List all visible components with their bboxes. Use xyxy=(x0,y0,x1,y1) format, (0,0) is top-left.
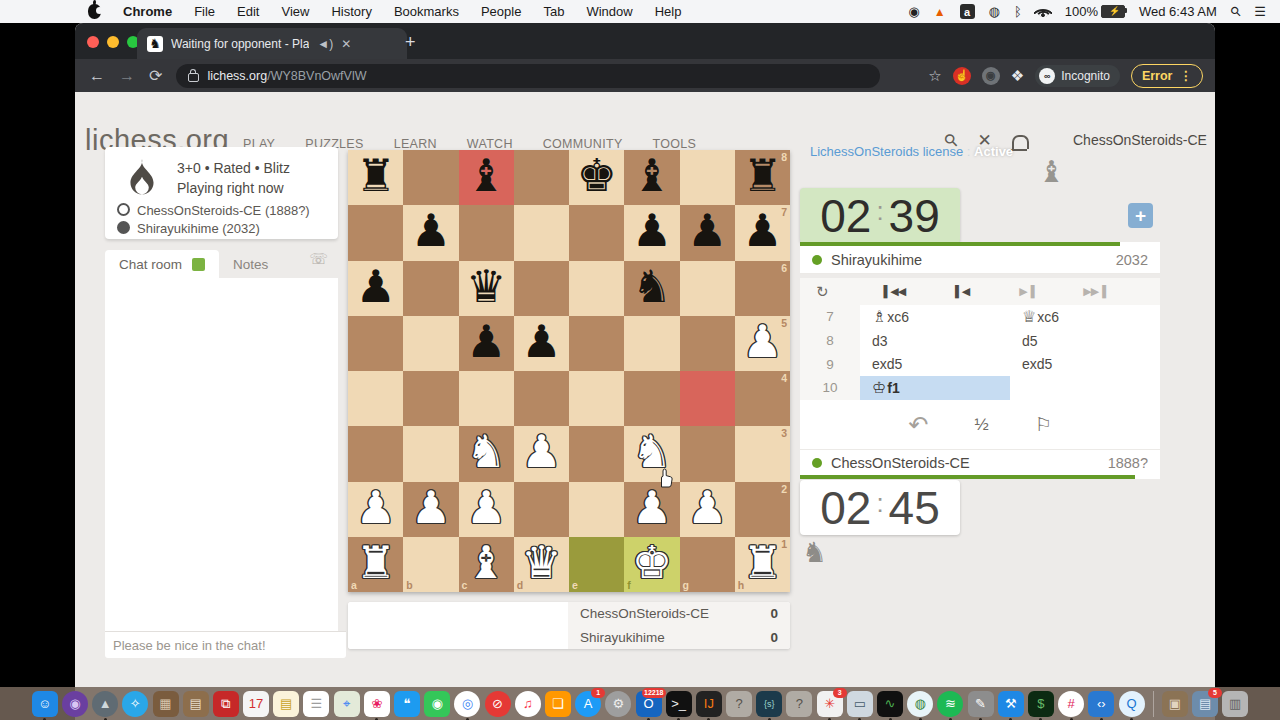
black-pawn[interactable]: ♟ xyxy=(521,319,561,364)
dock-icon-messages[interactable]: ❝ xyxy=(394,691,420,717)
square-h2[interactable]: 2 xyxy=(735,482,790,537)
incognito-badge: ∞ Incognito xyxy=(1035,65,1120,87)
coord-rank-8: 8 xyxy=(781,151,787,163)
menubar-item-help[interactable]: Help xyxy=(655,4,682,19)
dock-icon-system-preferences[interactable]: ⚙ xyxy=(605,691,631,717)
square-c6[interactable]: ♛ xyxy=(459,261,514,316)
dock-icon-missing-app-2[interactable]: ? xyxy=(786,691,812,717)
square-d1[interactable]: ♛d xyxy=(514,537,569,592)
lichess-page: lichess.org PLAYPUZZLESLEARNWATCHCOMMUNI… xyxy=(75,92,1215,720)
black-king[interactable]: ♚ xyxy=(576,153,616,198)
spotlight-icon[interactable]: ⚲ xyxy=(1227,3,1244,20)
battery-percent: 100% xyxy=(1065,4,1098,19)
menubar-app-name[interactable]: Chrome xyxy=(123,4,172,19)
tampermonkey-extension-icon[interactable]: ◉ xyxy=(982,67,1000,85)
dock-icon-calendar[interactable]: 17 xyxy=(243,691,269,717)
black-knight[interactable]: ♞ xyxy=(632,264,672,309)
game-info-card: 3+0 • Rated • Blitz Playing right now Ch… xyxy=(105,147,338,239)
extensions-icon[interactable]: ❖ xyxy=(1011,67,1024,85)
black-player-rating: 2032 xyxy=(1116,252,1148,268)
dock-icon-documents-folder[interactable]: ▤5 xyxy=(1192,691,1218,717)
square-d8[interactable] xyxy=(514,150,569,205)
square-c4[interactable] xyxy=(459,371,514,426)
menubar-item-view[interactable]: View xyxy=(281,4,309,19)
menubar-item-file[interactable]: File xyxy=(194,4,215,19)
nav-learn[interactable]: LEARN xyxy=(394,137,437,151)
white-clock: 02:45 xyxy=(800,480,960,535)
crosstable-player[interactable]: Shirayukihime xyxy=(580,630,665,645)
dock-icon-itunes[interactable]: ♫ xyxy=(515,691,541,717)
square-b3[interactable] xyxy=(403,426,458,481)
move-list: 7♗xc6♕xc68d3d59exd5exd510♔f1 xyxy=(800,305,1160,400)
black-player-name[interactable]: Shirayukihime xyxy=(831,252,922,268)
move-number: 8 xyxy=(800,329,860,353)
white-color-icon xyxy=(117,203,130,216)
square-e3[interactable] xyxy=(569,426,624,481)
dock-icon-intellij[interactable]: IJ xyxy=(696,691,722,717)
black-pawn[interactable]: ♟ xyxy=(632,208,672,253)
square-f8[interactable]: ♝ xyxy=(624,150,679,205)
square-e8[interactable]: ♚ xyxy=(569,150,624,205)
prev-move-button[interactable]: ▌◀ xyxy=(955,285,969,298)
error-menu-icon[interactable]: ⋮ xyxy=(1180,68,1193,83)
move-number: 7 xyxy=(800,305,860,329)
url-bar: ← → ⟳ lichess.org /WY8BVnOwfVlW ☆ ☝ ◉ ❖ … xyxy=(75,59,1215,92)
coord-rank-3: 3 xyxy=(781,427,787,439)
captured-knight-icon: ♞ xyxy=(802,536,827,569)
square-e5[interactable] xyxy=(569,316,624,371)
dock-icon-mail-photo[interactable]: ▦ xyxy=(153,691,179,717)
square-b7[interactable]: ♟ xyxy=(403,205,458,260)
dock-icon-activity-monitor[interactable]: ∿ xyxy=(877,691,903,717)
square-c1[interactable]: ♝c xyxy=(459,537,514,592)
square-c3[interactable]: ♞ xyxy=(459,426,514,481)
time-control-label: 3+0 • Rated • Blitz xyxy=(177,158,290,178)
profile-error-button[interactable]: Error⋮ xyxy=(1131,64,1203,88)
piece-figurine: ♗ xyxy=(872,307,886,326)
square-b1[interactable]: b xyxy=(403,537,458,592)
white-pawn[interactable]: ♟ xyxy=(742,319,782,364)
bookmark-star-icon[interactable]: ☆ xyxy=(928,67,941,85)
white-rook[interactable]: ♜ xyxy=(355,540,395,585)
captured-bishop-icon: ♝ xyxy=(1038,154,1065,189)
square-a2[interactable]: ♟ xyxy=(348,482,403,537)
move-number: 9 xyxy=(800,352,860,376)
black-rook[interactable]: ♜ xyxy=(355,153,395,198)
white-queen[interactable]: ♛ xyxy=(521,540,561,585)
dock-icon-blocked-app[interactable]: ⊘ xyxy=(485,691,511,717)
black-player-row[interactable]: Shirayukihime 2032 xyxy=(800,246,1160,274)
lichess-favicon: ♞ xyxy=(147,36,163,52)
square-c8[interactable]: ♝ xyxy=(459,150,514,205)
dock-icon-siri[interactable]: ◉ xyxy=(62,691,88,717)
dock-icon-launchpad[interactable]: ▲ xyxy=(92,691,118,717)
dock-icon-slack[interactable]: # xyxy=(1058,691,1084,717)
game-status-label: Playing right now xyxy=(177,178,290,198)
dock-icon-missing-app-1[interactable]: ? xyxy=(726,691,752,717)
move-7-black[interactable]: ♕xc6 xyxy=(1010,305,1160,329)
piece-figurine: ♕ xyxy=(1022,307,1036,326)
online-dot xyxy=(812,255,822,265)
notification-bell-icon[interactable] xyxy=(1012,135,1029,149)
lock-icon[interactable] xyxy=(188,73,199,82)
menubar-clock[interactable]: Wed 6:43 AM xyxy=(1139,4,1217,19)
coord-file-f: f xyxy=(627,579,631,591)
move-9-white[interactable]: exd5 xyxy=(860,352,1010,376)
square-g5[interactable] xyxy=(680,316,735,371)
dock-icon-anyconnect[interactable]: ◍ xyxy=(907,691,933,717)
move-controls: ↻ ▌◀◀ ▌◀ ▶▐ ▶▶▐ xyxy=(800,278,1160,306)
white-bishop[interactable]: ♝ xyxy=(466,540,506,585)
license-overlay: LichessOnSteroids license : Active xyxy=(810,144,1013,159)
resign-button[interactable]: ⚐ xyxy=(1035,413,1052,436)
black-player-line[interactable]: Shirayukihime (2032) xyxy=(117,220,310,238)
dock-icon-quicktime[interactable]: Q xyxy=(1119,691,1145,717)
white-rook[interactable]: ♜ xyxy=(742,540,782,585)
dock-icon-reminders[interactable]: ☰ xyxy=(303,691,329,717)
square-g2[interactable]: ♟ xyxy=(680,482,735,537)
vlc-icon[interactable]: ▲ xyxy=(934,5,946,19)
white-pawn[interactable]: ♟ xyxy=(355,485,395,530)
dock-separator xyxy=(1153,691,1154,717)
dock-icon-outlook[interactable]: O12218 xyxy=(636,691,662,717)
move-8-white[interactable]: d3 xyxy=(860,329,1010,353)
battery-indicator[interactable]: 100% ⚡ xyxy=(1065,4,1125,19)
tab-audio-icon[interactable]: ◄) xyxy=(317,37,333,51)
square-d4[interactable] xyxy=(514,371,569,426)
move-number: 10 xyxy=(800,376,860,400)
url-domain: lichess.org xyxy=(207,69,267,83)
white-knight[interactable]: ♞ xyxy=(466,429,506,474)
white-player-row[interactable]: ChessOnSteroids-CE 1888? xyxy=(800,449,1160,477)
tab-title: Waiting for opponent - Pla xyxy=(171,37,309,51)
menubar-item-bookmarks[interactable]: Bookmarks xyxy=(394,4,459,19)
dock-badge: 1 xyxy=(591,688,605,698)
black-bishop[interactable]: ♝ xyxy=(632,153,672,198)
black-clock: 02:39 xyxy=(800,188,960,243)
mouse-cursor xyxy=(656,468,673,492)
next-move-button[interactable]: ▶▐ xyxy=(1019,285,1033,298)
coord-file-b: b xyxy=(406,579,412,591)
dock-badge: 12218 xyxy=(642,688,665,698)
white-player-name[interactable]: ChessOnSteroids-CE xyxy=(831,455,970,471)
square-g7[interactable]: ♟ xyxy=(680,205,735,260)
crosstable-player[interactable]: ChessOnSteroids-CE xyxy=(580,606,709,621)
move-9-black[interactable]: exd5 xyxy=(1010,352,1160,376)
dock-icon-vscode[interactable]: ‹› xyxy=(1088,691,1114,717)
tab-chat-room[interactable]: Chat room xyxy=(105,250,219,278)
move-10-black[interactable] xyxy=(1010,376,1160,400)
square-f7[interactable]: ♟ xyxy=(624,205,679,260)
screen-record-icon[interactable]: ◉ xyxy=(908,4,919,19)
dock-icon-facetime[interactable]: ◉ xyxy=(424,691,450,717)
new-tab-button[interactable]: + xyxy=(405,33,416,51)
square-e1[interactable]: e xyxy=(569,537,624,592)
coord-file-d: d xyxy=(517,579,523,591)
crosstable-games xyxy=(348,602,568,649)
square-a7[interactable] xyxy=(348,205,403,260)
white-player-rating: 1888? xyxy=(1108,455,1148,471)
first-move-button[interactable]: ▌◀◀ xyxy=(884,285,906,298)
globe-icon[interactable]: ◍ xyxy=(989,4,1000,19)
notification-center-icon[interactable]: ☰ xyxy=(1254,4,1266,19)
square-d7[interactable] xyxy=(514,205,569,260)
coord-file-g: g xyxy=(683,579,689,591)
minimize-window-button[interactable] xyxy=(107,36,119,48)
square-c5[interactable]: ♟ xyxy=(459,316,514,371)
square-h8[interactable]: ♜8 xyxy=(735,150,790,205)
square-g3[interactable] xyxy=(680,426,735,481)
crosstable-row: ChessOnSteroids-CE0 xyxy=(568,602,790,626)
crosstable-score: 0 xyxy=(770,630,778,645)
black-bishop[interactable]: ♝ xyxy=(466,153,506,198)
dock-icon-downloads-folder[interactable]: ▣ xyxy=(1162,691,1188,717)
dock-icon-photos[interactable]: ❀ xyxy=(364,691,390,717)
phone-icon[interactable]: ☏ xyxy=(309,250,338,278)
square-h4[interactable]: 4 xyxy=(735,371,790,426)
takeback-button[interactable]: ↶ xyxy=(908,411,928,439)
square-h1[interactable]: ♜h1 xyxy=(735,537,790,592)
chat-toggle[interactable] xyxy=(192,258,205,271)
dock-icon-trash[interactable]: ▥ xyxy=(1222,691,1248,717)
square-h7[interactable]: ♟7 xyxy=(735,205,790,260)
coord-rank-5: 5 xyxy=(781,317,787,329)
dock-icon-xcode[interactable]: ⚒ xyxy=(998,691,1024,717)
square-a1[interactable]: ♜a xyxy=(348,537,403,592)
crosstable: ChessOnSteroids-CE0Shirayukihime0 xyxy=(348,602,790,649)
coord-rank-2: 2 xyxy=(781,483,787,495)
square-g6[interactable] xyxy=(680,261,735,316)
dock-icon-starburst[interactable]: ✳3 xyxy=(817,691,843,717)
white-time-bar xyxy=(800,475,1160,479)
dock-icon-books[interactable]: ❏ xyxy=(545,691,571,717)
square-h5[interactable]: ♟5 xyxy=(735,316,790,371)
dock-badge: 3 xyxy=(833,688,847,698)
square-e7[interactable] xyxy=(569,205,624,260)
dock-icon-safari[interactable]: ✧ xyxy=(122,691,148,717)
chess-board: ♜♝♚♝♜8♟♟♟♟7♟♛♞6♟♟♟54♞♟♞3♟♟♟♟♟2♜ab♝c♛de♚f… xyxy=(348,150,790,592)
dock-icon-app-store[interactable]: A1 xyxy=(575,691,601,717)
square-a3[interactable] xyxy=(348,426,403,481)
square-b6[interactable] xyxy=(403,261,458,316)
crosstable-row: Shirayukihime0 xyxy=(568,626,790,650)
bluetooth-icon[interactable]: ᛒ xyxy=(1014,4,1022,19)
square-g4[interactable] xyxy=(680,371,735,426)
square-b4[interactable] xyxy=(403,371,458,426)
menubar-item-tab[interactable]: Tab xyxy=(543,4,564,19)
dock-icon-screen-share[interactable]: ⧉ xyxy=(213,691,239,717)
game-action-buttons: ↶ ½ ⚐ xyxy=(800,400,1160,449)
black-pawn[interactable]: ♟ xyxy=(355,264,395,309)
incognito-icon: ∞ xyxy=(1039,68,1055,84)
dock-icon-contacts[interactable]: ▤ xyxy=(183,691,209,717)
square-d5[interactable]: ♟ xyxy=(514,316,569,371)
header-username[interactable]: ChessOnSteroids-CE xyxy=(1073,132,1207,148)
window-controls xyxy=(87,36,139,48)
white-pawn[interactable]: ♟ xyxy=(411,485,451,530)
black-rook[interactable]: ♜ xyxy=(742,153,782,198)
square-d3[interactable]: ♟ xyxy=(514,426,569,481)
macos-dock: ☺◉▲✧▦▤⧉17▤☰⌖❀❝◉◎⊘♫❏A1⚙O12218>_IJ?{s}?✳3▭… xyxy=(0,687,1280,720)
black-pawn[interactable]: ♟ xyxy=(466,319,506,364)
menubar-item-history[interactable]: History xyxy=(331,4,371,19)
square-f4[interactable] xyxy=(624,371,679,426)
url-path: /WY8BVnOwfVlW xyxy=(267,69,366,83)
coord-rank-1: 1 xyxy=(781,538,787,550)
square-c2[interactable]: ♟ xyxy=(459,482,514,537)
last-move-button[interactable]: ▶▶▐ xyxy=(1083,285,1105,298)
amazon-icon[interactable]: a xyxy=(960,4,975,19)
coord-file-e: e xyxy=(572,579,578,591)
black-pawn[interactable]: ♟ xyxy=(411,208,451,253)
coord-file-h: h xyxy=(738,579,744,591)
square-e6[interactable] xyxy=(569,261,624,316)
menubar-item-people[interactable]: People xyxy=(481,4,521,19)
offer-draw-button[interactable]: ½ xyxy=(974,415,988,435)
black-queen[interactable]: ♛ xyxy=(466,264,506,309)
square-b5[interactable] xyxy=(403,316,458,371)
tab-close-icon[interactable]: ✕ xyxy=(341,37,351,51)
square-c7[interactable] xyxy=(459,205,514,260)
square-h3[interactable]: 3 xyxy=(735,426,790,481)
square-g1[interactable]: g xyxy=(680,537,735,592)
dock-icon-finder[interactable]: ☺ xyxy=(32,691,58,717)
square-e2[interactable] xyxy=(569,482,624,537)
coord-rank-4: 4 xyxy=(781,372,787,384)
white-pawn[interactable]: ♟ xyxy=(687,485,727,530)
black-color-icon xyxy=(117,221,130,234)
chat-placeholder: Please be nice in the chat! xyxy=(113,638,266,653)
move-7-white[interactable]: ♗xc6 xyxy=(860,305,1010,329)
back-button[interactable]: ← xyxy=(89,67,105,85)
apple-menu-icon[interactable] xyxy=(88,4,101,19)
macos-menubar: Chrome FileEditViewHistoryBookmarksPeopl… xyxy=(0,0,1280,23)
dock-icon-remote-desktop[interactable]: ▭ xyxy=(847,691,873,717)
white-pawn[interactable]: ♟ xyxy=(521,429,561,474)
blitz-flame-icon xyxy=(125,159,159,197)
adblock-extension-icon[interactable]: ☝ xyxy=(953,67,971,85)
dock-icon-terminal[interactable]: >_ xyxy=(666,691,692,717)
tab-notes[interactable]: Notes xyxy=(219,250,282,278)
black-pawn[interactable]: ♟ xyxy=(687,208,727,253)
square-d6[interactable] xyxy=(514,261,569,316)
dock-icon-chrome[interactable]: ◎ xyxy=(454,691,480,717)
square-a8[interactable]: ♜ xyxy=(348,150,403,205)
square-b2[interactable]: ♟ xyxy=(403,482,458,537)
square-f1[interactable]: ♚f xyxy=(624,537,679,592)
square-g8[interactable] xyxy=(680,150,735,205)
move-10-white[interactable]: ♔f1 xyxy=(860,376,1010,400)
square-f5[interactable] xyxy=(624,316,679,371)
dock-badge: 5 xyxy=(1208,688,1222,698)
online-dot xyxy=(812,458,822,468)
menubar-item-window[interactable]: Window xyxy=(586,4,632,19)
menubar-item-edit[interactable]: Edit xyxy=(237,4,259,19)
square-f6[interactable]: ♞ xyxy=(624,261,679,316)
dock-icon-maps[interactable]: ⌖ xyxy=(334,691,360,717)
move-8-black[interactable]: d5 xyxy=(1010,329,1160,353)
browser-window: ♞ Waiting for opponent - Pla ◄) ✕ + ← → … xyxy=(75,23,1215,720)
chat-input[interactable]: Please be nice in the chat! xyxy=(105,631,346,658)
black-pawn[interactable]: ♟ xyxy=(742,208,782,253)
chat-messages[interactable] xyxy=(105,278,338,631)
close-window-button[interactable] xyxy=(87,36,99,48)
dock-icon-notes[interactable]: ▤ xyxy=(273,691,299,717)
dock-icon-spotify[interactable]: ≋ xyxy=(937,691,963,717)
coord-file-c: c xyxy=(462,579,468,591)
white-king[interactable]: ♚ xyxy=(632,540,672,585)
coord-rank-7: 7 xyxy=(781,206,787,218)
square-e4[interactable] xyxy=(569,371,624,426)
white-pawn[interactable]: ♟ xyxy=(466,485,506,530)
coord-rank-6: 6 xyxy=(781,262,787,274)
piece-figurine: ♔ xyxy=(872,378,886,397)
browser-tab[interactable]: ♞ Waiting for opponent - Pla ◄) ✕ xyxy=(137,28,407,59)
square-a4[interactable] xyxy=(348,371,403,426)
reload-button[interactable]: ⟳ xyxy=(149,66,162,85)
dock-icon-gimp[interactable]: ✎ xyxy=(968,691,994,717)
white-player-line[interactable]: ChessOnSteroids-CE (1888?) xyxy=(117,202,310,220)
square-a5[interactable] xyxy=(348,316,403,371)
flip-board-button[interactable]: ↻ xyxy=(816,283,829,301)
coord-file-a: a xyxy=(351,579,357,591)
square-a6[interactable]: ♟ xyxy=(348,261,403,316)
address-field[interactable]: lichess.org /WY8BVnOwfVlW xyxy=(176,64,880,88)
menubar-items: FileEditViewHistoryBookmarksPeopleTabWin… xyxy=(194,4,681,19)
forward-button[interactable]: → xyxy=(119,67,135,85)
tab-bar: ♞ Waiting for opponent - Pla ◄) ✕ + xyxy=(75,23,1215,59)
dock-icon-iterm[interactable]: $ xyxy=(1028,691,1054,717)
dock-icon-sourcetree[interactable]: {s} xyxy=(756,691,782,717)
square-b8[interactable] xyxy=(403,150,458,205)
crosstable-score: 0 xyxy=(770,606,778,621)
wifi-icon[interactable] xyxy=(1036,6,1051,17)
square-h6[interactable]: 6 xyxy=(735,261,790,316)
square-d2[interactable] xyxy=(514,482,569,537)
give-more-time-button[interactable]: + xyxy=(1128,203,1153,228)
